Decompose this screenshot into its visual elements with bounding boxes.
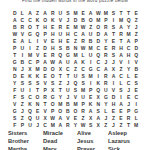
grid-cell[interactable]: C	[94, 44, 102, 51]
grid-cell[interactable]: I	[117, 93, 125, 100]
grid-cell[interactable]: O	[87, 16, 95, 23]
grid-cell[interactable]: Z	[34, 9, 42, 16]
grid-cell[interactable]: H	[41, 23, 49, 30]
grid-cell[interactable]: G	[11, 107, 19, 114]
grid-cell[interactable]: S	[49, 79, 57, 86]
grid-cell[interactable]: T	[117, 9, 125, 16]
grid-cell[interactable]: D	[94, 37, 102, 44]
grid-cell[interactable]: U	[87, 51, 95, 58]
grid-cell[interactable]: O	[94, 23, 102, 30]
grid-cell[interactable]: U	[64, 58, 72, 65]
grid-cell[interactable]: A	[110, 72, 118, 79]
grid-cell[interactable]: Z	[72, 65, 80, 72]
grid-cell[interactable]: E	[64, 37, 72, 44]
grid-cell[interactable]: Y	[11, 79, 19, 86]
grid-cell[interactable]: U	[57, 30, 65, 37]
grid-cell[interactable]: E	[110, 107, 118, 114]
grid-cell[interactable]: X	[87, 114, 95, 121]
grid-cell[interactable]: S	[94, 107, 102, 114]
word-list-item: Mary	[43, 145, 63, 150]
grid-cell[interactable]: E	[132, 9, 140, 16]
grid-cell[interactable]: A	[102, 65, 110, 72]
grid-cell[interactable]: X	[41, 114, 49, 121]
grid-cell[interactable]: B	[19, 58, 27, 65]
grid-cell[interactable]: E	[117, 107, 125, 114]
grid-cell[interactable]: V	[117, 58, 125, 65]
grid-cell[interactable]: A	[57, 121, 65, 128]
grid-cell[interactable]: M	[72, 9, 80, 16]
grid-cell[interactable]: S	[132, 79, 140, 86]
grid-cell[interactable]: H	[125, 51, 133, 58]
grid-cell[interactable]: J	[132, 23, 140, 30]
grid-cell[interactable]: C	[132, 93, 140, 100]
grid-cell[interactable]: H	[49, 44, 57, 51]
grid-cell[interactable]: Z	[19, 114, 27, 121]
grid-cell[interactable]: Z	[34, 44, 42, 51]
grid-cell[interactable]: J	[64, 93, 72, 100]
grid-cell[interactable]: R	[110, 44, 118, 51]
grid-cell[interactable]: S	[19, 93, 27, 100]
grid-cell[interactable]: V	[11, 100, 19, 107]
grid-cell[interactable]: Z	[87, 23, 95, 30]
grid-cell[interactable]: G	[102, 93, 110, 100]
grid-cell[interactable]: X	[57, 65, 65, 72]
grid-cell[interactable]: Z	[79, 114, 87, 121]
grid-cell[interactable]: E	[34, 107, 42, 114]
grid-cell[interactable]: P	[102, 16, 110, 23]
grid-cell[interactable]: S	[79, 72, 87, 79]
grid-cell[interactable]: I	[26, 86, 34, 93]
grid-cell[interactable]: E	[49, 23, 57, 30]
grid-cell[interactable]: T	[41, 100, 49, 107]
grid-cell[interactable]: V	[41, 107, 49, 114]
grid-cell[interactable]: J	[34, 121, 42, 128]
grid-cell[interactable]: L	[117, 79, 125, 86]
grid-cell[interactable]: A	[87, 9, 95, 16]
grid-cell[interactable]: N	[11, 65, 19, 72]
grid-cell[interactable]: M	[49, 121, 57, 128]
grid-cell[interactable]: O	[57, 107, 65, 114]
grid-cell[interactable]: I	[94, 72, 102, 79]
grid-cell[interactable]: R	[102, 51, 110, 58]
grid-cell[interactable]: J	[110, 58, 118, 65]
grid-cell[interactable]: Z	[132, 30, 140, 37]
grid-cell[interactable]: M	[87, 72, 95, 79]
grid-cell[interactable]: E	[110, 37, 118, 44]
grid-cell[interactable]: D	[72, 16, 80, 23]
grid-cell[interactable]: R	[102, 23, 110, 30]
grid-cell[interactable]: M	[125, 30, 133, 37]
grid-cell[interactable]: E	[125, 93, 133, 100]
grid-cell[interactable]: P	[87, 86, 95, 93]
grid-cell[interactable]: A	[117, 23, 125, 30]
grid-cell[interactable]: O	[72, 107, 80, 114]
grid-cell[interactable]: S	[26, 79, 34, 86]
grid-cell[interactable]: I	[26, 44, 34, 51]
grid-cell[interactable]: J	[110, 121, 118, 128]
grid-cell[interactable]: O	[49, 72, 57, 79]
grid-cell[interactable]: N	[34, 100, 42, 107]
grid-cell[interactable]: T	[11, 51, 19, 58]
grid-cell[interactable]: M	[72, 51, 80, 58]
grid-cell[interactable]: B	[87, 37, 95, 44]
word-list-item: Miracle	[43, 129, 63, 137]
grid-cell[interactable]: A	[72, 58, 80, 65]
word-list-item: Martha	[8, 145, 29, 150]
grid-cell[interactable]: T	[125, 9, 133, 16]
grid-cell[interactable]: E	[132, 72, 140, 79]
grid-cell[interactable]: X	[49, 86, 57, 93]
grid-cell[interactable]: S	[110, 23, 118, 30]
grid-cell[interactable]: S	[34, 79, 42, 86]
grid-cell[interactable]: M	[72, 100, 80, 107]
grid-cell[interactable]: E	[49, 37, 57, 44]
grid-cell[interactable]: B	[11, 23, 19, 30]
grid-cell[interactable]: F	[11, 93, 19, 100]
grid-cell[interactable]: L	[125, 72, 133, 79]
grid-cell[interactable]: Z	[132, 16, 140, 23]
grid-cell[interactable]: B	[132, 65, 140, 72]
grid-cell[interactable]: Y	[125, 23, 133, 30]
grid-cell[interactable]: R	[125, 114, 133, 121]
grid-cell[interactable]: X	[26, 65, 34, 72]
grid-cell[interactable]: Q	[34, 30, 42, 37]
grid-cell[interactable]: Z	[117, 121, 125, 128]
grid-cell[interactable]: I	[87, 79, 95, 86]
grid-cell[interactable]: A	[79, 30, 87, 37]
grid-cell[interactable]: Q	[57, 51, 65, 58]
grid-cell[interactable]: E	[79, 9, 87, 16]
grid-cell[interactable]: U	[19, 44, 27, 51]
grid-cell[interactable]: X	[110, 65, 118, 72]
grid-cell[interactable]: T	[125, 121, 133, 128]
grid-cell[interactable]: U	[87, 30, 95, 37]
grid-cell[interactable]: R	[117, 30, 125, 37]
grid-cell[interactable]: T	[34, 23, 42, 30]
grid-cell[interactable]: C	[94, 58, 102, 65]
grid-cell[interactable]: P	[79, 100, 87, 107]
grid-cell[interactable]: C	[26, 93, 34, 100]
grid-cell[interactable]: C	[41, 121, 49, 128]
grid-cell[interactable]: Y	[125, 65, 133, 72]
grid-cell[interactable]: C	[26, 16, 34, 23]
grid-cell[interactable]: K	[87, 100, 95, 107]
grid-cell[interactable]: H	[49, 30, 57, 37]
grid-cell[interactable]: O	[34, 93, 42, 100]
grid-cell[interactable]: P	[11, 44, 19, 51]
grid-cell[interactable]: K	[79, 58, 87, 65]
grid-cell[interactable]: M	[57, 100, 65, 107]
grid-cell[interactable]: H	[57, 37, 65, 44]
grid-cell[interactable]: W	[11, 30, 19, 37]
grid-cell[interactable]: Q	[26, 114, 34, 121]
grid-cell[interactable]: G	[132, 107, 140, 114]
grid-cell[interactable]: A	[125, 37, 133, 44]
grid-cell[interactable]: U	[72, 72, 80, 79]
grid-cell[interactable]: M	[26, 51, 34, 58]
grid-cell[interactable]: V	[41, 79, 49, 86]
grid-cell[interactable]: P	[132, 37, 140, 44]
grid-cell[interactable]: Y	[57, 93, 65, 100]
grid-cell[interactable]: R	[102, 72, 110, 79]
grid-cell[interactable]: A	[11, 16, 19, 23]
grid-cell[interactable]: H	[64, 30, 72, 37]
grid-cell[interactable]: S	[110, 9, 118, 16]
grid-cell[interactable]: E	[72, 114, 80, 121]
grid-cell[interactable]: Q	[125, 16, 133, 23]
grid-cell[interactable]: M	[87, 44, 95, 51]
grid-cell[interactable]: I	[19, 51, 27, 58]
grid-cell[interactable]: I	[125, 58, 133, 65]
word-list-item: Sisters	[8, 129, 29, 137]
grid-cell[interactable]: A	[41, 58, 49, 65]
grid-cell[interactable]: L	[79, 51, 87, 58]
grid-cell[interactable]: D	[11, 72, 19, 79]
grid-cell[interactable]: C	[72, 30, 80, 37]
grid-cell[interactable]: G	[11, 58, 19, 65]
grid-cell[interactable]: D	[41, 65, 49, 72]
grid-cell[interactable]: E	[132, 86, 140, 93]
grid-cell[interactable]: K	[49, 16, 57, 23]
grid-cell[interactable]: Q	[72, 79, 80, 86]
grid-cell[interactable]: A	[41, 9, 49, 16]
word-list-item: Lazarus	[108, 137, 130, 145]
grid-cell[interactable]: S	[11, 114, 19, 121]
grid-cell[interactable]: V	[132, 58, 140, 65]
grid-cell[interactable]: W	[49, 58, 57, 65]
grid-cell[interactable]: J	[19, 65, 27, 72]
grid-cell[interactable]: S	[19, 79, 27, 86]
grid-cell[interactable]: D	[110, 93, 118, 100]
grid-cell[interactable]: W	[49, 114, 57, 121]
grid-cell[interactable]: P	[19, 121, 27, 128]
grid-cell[interactable]: A	[117, 100, 125, 107]
grid-cell[interactable]: D	[132, 44, 140, 51]
grid-cell[interactable]: S	[117, 86, 125, 93]
grid-cell[interactable]: W	[79, 121, 87, 128]
grid-cell[interactable]: R	[79, 37, 87, 44]
grid-cell[interactable]: T	[64, 72, 72, 79]
grid-cell[interactable]: T	[117, 37, 125, 44]
grid-cell[interactable]: C	[125, 44, 133, 51]
grid-cell[interactable]: T	[110, 30, 118, 37]
grid-cell[interactable]: B	[64, 44, 72, 51]
grid-cell[interactable]: G	[64, 51, 72, 58]
grid-cell[interactable]: N	[94, 100, 102, 107]
grid-cell[interactable]: A	[57, 58, 65, 65]
grid-cell[interactable]: Z	[117, 65, 125, 72]
grid-cell[interactable]: G	[49, 93, 57, 100]
grid-cell[interactable]: J	[125, 100, 133, 107]
grid-cell[interactable]: H	[117, 44, 125, 51]
grid-cell[interactable]: Y	[102, 37, 110, 44]
grid-cell[interactable]: C	[64, 65, 72, 72]
grid-cell[interactable]: P	[41, 86, 49, 93]
grid-cell[interactable]: C	[94, 65, 102, 72]
grid-cell[interactable]: U	[79, 93, 87, 100]
grid-cell[interactable]: F	[11, 121, 19, 128]
grid-cell[interactable]: N	[72, 44, 80, 51]
grid-cell[interactable]: K	[34, 16, 42, 23]
grid-cell[interactable]: M	[102, 9, 110, 16]
grid-cell[interactable]: C	[19, 16, 27, 23]
grid-cell[interactable]: X	[94, 93, 102, 100]
grid-cell[interactable]: U	[26, 121, 34, 128]
grid-cell[interactable]: K	[34, 72, 42, 79]
grid-cell[interactable]: D	[94, 30, 102, 37]
grid-cell[interactable]: M	[34, 65, 42, 72]
word-list-column: SistersBrotherMartha	[8, 129, 29, 150]
grid-cell[interactable]: J	[125, 86, 133, 93]
grid-cell[interactable]: S	[72, 86, 80, 93]
grid-cell[interactable]: M	[79, 86, 87, 93]
grid-cell[interactable]: R	[102, 79, 110, 86]
grid-cell[interactable]: I	[110, 16, 118, 23]
grid-cell[interactable]: A	[117, 51, 125, 58]
grid-cell[interactable]: R	[79, 107, 87, 114]
grid-cell[interactable]: F	[11, 86, 19, 93]
grid-cell[interactable]: U	[57, 9, 65, 16]
grid-cell[interactable]: K	[26, 100, 34, 107]
grid-cell[interactable]: V	[57, 16, 65, 23]
grid-cell[interactable]: P	[49, 107, 57, 114]
grid-cell[interactable]: D	[41, 44, 49, 51]
grid-cell[interactable]: C	[26, 58, 34, 65]
grid-cell[interactable]: C	[117, 72, 125, 79]
grid-cell[interactable]: E	[64, 23, 72, 30]
grid-cell[interactable]: B	[79, 16, 87, 23]
grid-cell[interactable]: T	[57, 72, 65, 79]
grid-cell[interactable]: Q	[94, 86, 102, 93]
grid-cell[interactable]: U	[19, 86, 27, 93]
grid-cell[interactable]: S	[79, 79, 87, 86]
grid-cell[interactable]: E	[19, 72, 27, 79]
grid-cell[interactable]: A	[57, 114, 65, 121]
grid-cell[interactable]: I	[110, 79, 118, 86]
grid-cell[interactable]: J	[64, 16, 72, 23]
grid-cell[interactable]: J	[102, 114, 110, 121]
grid-cell[interactable]: H	[110, 100, 118, 107]
grid-cell[interactable]: M	[72, 23, 80, 30]
grid-cell[interactable]: B	[64, 100, 72, 107]
grid-cell[interactable]: I	[34, 37, 42, 44]
word-list-column: AsleepLazarusSick	[108, 129, 130, 150]
grid-cell[interactable]: E	[41, 51, 49, 58]
grid-cell[interactable]: R	[41, 93, 49, 100]
grid-cell[interactable]: W	[94, 9, 102, 16]
grid-cell[interactable]: A	[19, 37, 27, 44]
grid-cell[interactable]: Q	[94, 51, 102, 58]
grid-cell[interactable]: I	[87, 58, 95, 65]
grid-cell[interactable]: Z	[72, 37, 80, 44]
grid-cell[interactable]: O	[49, 100, 57, 107]
grid-cell[interactable]: U	[102, 86, 110, 93]
grid-cell[interactable]: B	[64, 107, 72, 114]
grid-cell[interactable]: K	[94, 79, 102, 86]
word-list-item: Jesus	[77, 137, 95, 145]
grid-cell[interactable]: R	[57, 23, 65, 30]
grid-cell[interactable]: M	[132, 121, 140, 128]
grid-cell[interactable]: R	[49, 51, 57, 58]
grid-cell[interactable]: W	[79, 23, 87, 30]
grid-cell[interactable]: U	[34, 114, 42, 121]
grid-cell[interactable]: E	[11, 37, 19, 44]
grid-cell[interactable]: C	[125, 79, 133, 86]
grid-cell[interactable]: P	[125, 107, 133, 114]
grid-cell[interactable]: P	[34, 58, 42, 65]
grid-cell[interactable]: V	[64, 114, 72, 121]
word-list: SistersBrotherMarthaMiracleDeadMaryAlive…	[0, 129, 150, 150]
grid-cell[interactable]: V	[72, 93, 80, 100]
grid-cell[interactable]: Z	[102, 121, 110, 128]
grid-cell[interactable]: Z	[57, 79, 65, 86]
grid-cell[interactable]: I	[132, 100, 140, 107]
grid-cell[interactable]: O	[49, 65, 57, 72]
grid-cell[interactable]: A	[94, 114, 102, 121]
grid-cell[interactable]: S	[110, 51, 118, 58]
grid-cell[interactable]: E	[41, 72, 49, 79]
grid-cell[interactable]: Y	[102, 100, 110, 107]
grid-cell[interactable]: D	[11, 9, 19, 16]
grid-cell[interactable]: M	[94, 16, 102, 23]
grid-cell[interactable]: S	[87, 121, 95, 128]
grid-cell[interactable]: E	[117, 114, 125, 121]
grid-cell[interactable]: E	[102, 44, 110, 51]
grid-cell[interactable]: V	[19, 30, 27, 37]
grid-cell[interactable]: T	[57, 86, 65, 93]
grid-cell[interactable]: Y	[72, 121, 80, 128]
grid-cell[interactable]: L	[26, 37, 34, 44]
grid-cell[interactable]: Z	[110, 114, 118, 121]
grid-cell[interactable]: R	[64, 121, 72, 128]
grid-cell[interactable]: S	[57, 44, 65, 51]
grid-cell[interactable]: J	[64, 79, 72, 86]
grid-cell[interactable]: L	[102, 107, 110, 114]
grid-cell[interactable]: T	[34, 86, 42, 93]
grid-cell[interactable]: A	[26, 9, 34, 16]
grid-cell[interactable]: P	[41, 30, 49, 37]
grid-cell[interactable]: O	[41, 16, 49, 23]
grid-cell[interactable]: M	[117, 16, 125, 23]
word-list-item: Brother	[8, 137, 29, 145]
grid-cell[interactable]: L	[19, 9, 27, 16]
grid-cell[interactable]: E	[87, 93, 95, 100]
grid-cell[interactable]: W	[79, 44, 87, 51]
grid-cell[interactable]: S	[64, 9, 72, 16]
grid-cell[interactable]: V	[110, 86, 118, 93]
grid-cell[interactable]: V	[34, 51, 42, 58]
grid-cell[interactable]: A	[102, 30, 110, 37]
grid-cell[interactable]: G	[26, 30, 34, 37]
grid-cell[interactable]: A	[87, 107, 95, 114]
grid-cell[interactable]: G	[87, 65, 95, 72]
grid-cell[interactable]: R	[49, 9, 57, 16]
grid-cell[interactable]: V	[41, 37, 49, 44]
grid-cell[interactable]: Q	[26, 107, 34, 114]
grid-cell[interactable]: X	[94, 121, 102, 128]
grid-cell[interactable]: R	[19, 23, 27, 30]
grid-cell[interactable]: J	[102, 58, 110, 65]
grid-cell[interactable]: C	[79, 65, 87, 72]
grid-cell[interactable]: U	[64, 86, 72, 93]
grid-cell[interactable]: K	[26, 72, 34, 79]
grid-cell[interactable]: O	[26, 23, 34, 30]
word-search-page: Find the hidden words in the word puzzle…	[0, 0, 150, 150]
grid-cell[interactable]: Q	[132, 51, 140, 58]
grid-cell[interactable]: Z	[19, 100, 27, 107]
grid-cell[interactable]: L	[132, 114, 140, 121]
grid-cell[interactable]: J	[19, 107, 27, 114]
